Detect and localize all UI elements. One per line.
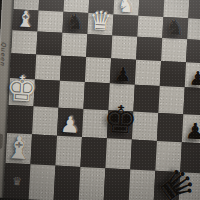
black-pawn-h5: ♟: [189, 69, 200, 87]
square-b5: [35, 54, 61, 80]
frame-smudge-mark: [0, 133, 3, 148]
black-knight-c7: ♞: [65, 12, 86, 33]
square-c3: ♟: [57, 108, 83, 137]
square-b6: [36, 31, 62, 55]
square-h6: [186, 39, 200, 63]
black-king-e3: ♚: [102, 102, 138, 139]
white-knight-e8: ♞: [117, 0, 136, 15]
square-e2: [105, 138, 132, 169]
square-a7: ♝: [12, 9, 38, 31]
square-c5: [60, 56, 86, 82]
frame-handwriting: Queen: [0, 42, 8, 67]
square-b7: [37, 11, 63, 33]
square-f2: [130, 140, 157, 171]
square-d7: ♛: [87, 13, 113, 35]
black-pawn-e5: ♟: [114, 65, 132, 83]
square-h5: ♟: [185, 62, 200, 88]
square-b3: [32, 106, 58, 135]
chess-board: Queen ♞♝♞♛♞♟♟♚♟♚♟♝♛♛: [0, 0, 200, 200]
square-b1: [29, 164, 56, 200]
square-h3: ♟: [182, 114, 200, 143]
square-a1: ♛: [4, 163, 31, 199]
printed-crown-symbol: ♛: [12, 175, 23, 188]
square-f7: [137, 16, 163, 38]
square-g6: [161, 38, 187, 62]
square-e3: ♚: [107, 110, 133, 139]
square-e5: ♟: [110, 58, 136, 84]
square-c6: [61, 33, 87, 57]
square-g5: [160, 61, 186, 87]
square-f6: [136, 37, 162, 61]
square-f8: [138, 0, 164, 17]
square-g4: [158, 86, 184, 114]
square-h4: [183, 87, 200, 115]
black-pawn-h3: ♟: [185, 121, 200, 142]
square-c7: ♞: [62, 12, 88, 34]
square-h7: [187, 18, 200, 40]
white-king-a4: ♚: [5, 72, 38, 106]
white-pawn-c3: ♟: [60, 115, 81, 136]
square-g3: [157, 113, 183, 142]
square-a4: ♚: [9, 78, 35, 106]
white-bishop-a7: ♝: [15, 9, 36, 30]
square-c1: [54, 166, 81, 200]
square-e1: [104, 168, 131, 200]
square-g7: ♞: [162, 17, 188, 39]
white-bishop-a2: ♝: [4, 133, 33, 163]
black-knight-g7: ♞: [165, 17, 186, 38]
square-h8: [188, 0, 200, 20]
square-e8: ♞: [113, 0, 139, 16]
square-b2: [30, 134, 57, 165]
chessboard-photo: Queen ♞♝♞♛♞♟♟♚♟♚♟♝♛♛: [0, 0, 200, 200]
square-f5: [135, 60, 161, 86]
square-e6: [111, 35, 137, 59]
square-g1: ♛: [153, 171, 180, 200]
square-d2: [80, 137, 107, 168]
square-c4: [58, 81, 84, 109]
square-e7: [112, 14, 138, 36]
square-d1: [79, 167, 106, 200]
square-d6: [86, 34, 112, 58]
square-d5: [85, 57, 111, 83]
white-queen-d7: ♛: [88, 9, 113, 34]
square-a6: [11, 30, 37, 54]
squares-grid: ♞♝♞♛♞♟♟♚♟♚♟♝♛♛: [4, 0, 200, 200]
square-a2: ♝: [6, 133, 33, 164]
square-c2: [55, 136, 82, 167]
